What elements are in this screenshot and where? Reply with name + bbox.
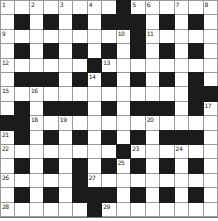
cell-r6-c2[interactable]: 16 [30,87,43,100]
clue-number-20: 20 [147,116,154,123]
cell-r2-c2[interactable] [30,30,43,43]
cell-r8-c0-black [1,116,14,129]
cell-r5-c1-black [15,73,28,86]
cell-r1-c14[interactable] [204,15,217,28]
cell-r11-c0[interactable] [1,159,14,172]
cell-r10-c8-black [117,145,130,158]
clue-number-14: 14 [89,73,96,80]
cell-r10-c12[interactable]: 24 [175,145,188,158]
cell-r2-c5[interactable] [73,30,86,43]
cell-r1-c7-black [102,15,115,28]
cell-r5-c10[interactable] [146,73,159,86]
clue-number-11: 11 [147,30,154,37]
cell-r1-c13-black [189,15,202,28]
cell-r14-c14[interactable] [204,203,217,216]
cell-r7-c1-black [15,102,28,115]
cell-r8-c9[interactable] [131,116,144,129]
cell-r8-c3[interactable] [44,116,57,129]
cell-r14-c1[interactable] [15,203,28,216]
cell-r9-c8[interactable] [117,131,130,144]
cell-r13-c12[interactable] [175,188,188,201]
cell-r3-c11-black [160,44,173,57]
cell-r3-c0[interactable] [1,44,14,57]
cell-r11-c4[interactable] [59,159,72,172]
cell-r8-c8[interactable] [117,116,130,129]
cell-r2-c11[interactable] [160,30,173,43]
cell-r8-c6[interactable] [88,116,101,129]
cell-r9-c4[interactable] [59,131,72,144]
cell-r6-c13-black [189,87,202,100]
cell-r7-c12[interactable] [175,102,188,115]
clue-number-25: 25 [118,159,125,166]
cell-r13-c0[interactable] [1,188,14,201]
cell-r3-c7-black [102,44,115,57]
clue-number-29: 29 [103,203,110,210]
cell-r11-c2[interactable] [30,159,43,172]
cell-r7-c13-black [189,102,202,115]
cell-r12-c13[interactable] [189,174,202,187]
cell-r5-c7-black [102,73,115,86]
cell-r7-c10-black [146,102,159,115]
cell-r9-c12-black [175,131,188,144]
cell-r0-c12[interactable]: 7 [175,1,188,14]
cell-r12-c3[interactable] [44,174,57,187]
cell-r5-c9-black [131,73,144,86]
cell-r8-c7[interactable] [102,116,115,129]
clue-number-15: 15 [2,87,9,94]
cell-r3-c2[interactable] [30,44,43,57]
cell-r6-c11[interactable] [160,87,173,100]
cell-r10-c6[interactable] [88,145,101,158]
cell-r10-c1[interactable] [15,145,28,158]
cell-r0-c9[interactable]: 5 [131,1,144,14]
cell-r14-c5[interactable] [73,203,86,216]
cell-r10-c10[interactable] [146,145,159,158]
cell-r12-c14[interactable] [204,174,217,187]
cell-r9-c6[interactable] [88,131,101,144]
cell-r4-c10[interactable] [146,59,159,72]
cell-r1-c1-black [15,15,28,28]
cell-r9-c11-black [160,131,173,144]
cell-r1-c6[interactable] [88,15,101,28]
cell-r13-c2[interactable] [30,188,43,201]
cell-r7-c4-black [59,102,72,115]
cell-r13-c11-black [160,188,173,201]
cell-r2-c3[interactable] [44,30,57,43]
cell-r13-c14[interactable] [204,188,217,201]
cell-r4-c5[interactable] [73,59,86,72]
cell-r12-c1[interactable] [15,174,28,187]
cell-r6-c6[interactable] [88,87,101,100]
cell-r12-c8[interactable] [117,174,130,187]
cell-r4-c7[interactable]: 13 [102,59,115,72]
clue-number-8: 8 [205,1,208,8]
cell-r8-c11[interactable] [160,116,173,129]
cell-r11-c9-black [131,159,144,172]
cell-r5-c14[interactable] [204,73,217,86]
cell-r14-c11[interactable] [160,203,173,216]
cell-r9-c2[interactable] [30,131,43,144]
cell-r2-c1[interactable] [15,30,28,43]
cell-r4-c11[interactable] [160,59,173,72]
cell-r0-c8-black [117,1,130,14]
cell-r13-c1-black [15,188,28,201]
cell-r1-c9-black [131,15,144,28]
clue-number-27: 27 [89,174,96,181]
clue-number-21: 21 [2,131,9,138]
cell-r2-c13[interactable] [189,30,202,43]
cell-r11-c8[interactable]: 25 [117,159,130,172]
cell-r10-c14[interactable] [204,145,217,158]
cell-r11-c5-black [73,159,86,172]
cell-r0-c3[interactable] [44,1,57,14]
cell-r11-c1-black [15,159,28,172]
cell-r1-c5-black [73,15,86,28]
cell-r4-c3[interactable] [44,59,57,72]
cell-r13-c13-black [189,188,202,201]
cell-r12-c7[interactable] [102,174,115,187]
cell-r8-c14[interactable] [204,116,217,129]
cell-r13-c6-black [88,188,101,201]
cell-r2-c8[interactable]: 10 [117,30,130,43]
cell-r13-c9-black [131,188,144,201]
cell-r3-c8[interactable] [117,44,130,57]
cell-r6-c10[interactable] [146,87,159,100]
cell-r11-c7-black [102,159,115,172]
cell-r5-c6[interactable]: 14 [88,73,101,86]
cell-r2-c4[interactable] [59,30,72,43]
cell-r8-c5[interactable] [73,116,86,129]
crossword-grid: 1234567891011121314151617181920212223242… [0,0,218,218]
cell-r14-c7[interactable]: 29 [102,203,115,216]
cell-r5-c4[interactable] [59,73,72,86]
cell-r8-c10[interactable]: 20 [146,116,159,129]
clue-number-12: 12 [2,59,9,66]
cell-r4-c0[interactable]: 12 [1,59,14,72]
cell-r11-c3-black [44,159,57,172]
clue-number-10: 10 [118,30,125,37]
cell-r2-c12[interactable] [175,30,188,43]
clue-number-19: 19 [60,116,67,123]
cell-r10-c0[interactable]: 22 [1,145,14,158]
cell-r5-c5-black [73,73,86,86]
cell-r4-c8[interactable] [117,59,130,72]
cell-r0-c14[interactable]: 8 [204,1,217,14]
cell-r9-c9-black [131,131,144,144]
clue-number-2: 2 [31,1,34,8]
cell-r8-c1-black [15,116,28,129]
crossword-page: 1234567891011121314151617181920212223242… [0,0,218,221]
cell-r14-c9[interactable] [131,203,144,216]
cell-r7-c9-black [131,102,144,115]
cell-r2-c0[interactable]: 9 [1,30,14,43]
cell-r6-c9[interactable] [131,87,144,100]
cell-r12-c5-black [73,174,86,187]
cell-r4-c2[interactable] [30,59,43,72]
cell-r4-c12[interactable] [175,59,188,72]
cell-r7-c6[interactable] [88,102,101,115]
cell-r1-c8-black [117,15,130,28]
cell-r10-c11[interactable] [160,145,173,158]
cell-r3-c9-black [131,44,144,57]
cell-r0-c10[interactable]: 6 [146,1,159,14]
cell-r0-c1[interactable] [15,1,28,14]
cell-r4-c1[interactable] [15,59,28,72]
cell-r0-c5[interactable] [73,1,86,14]
cell-r3-c6[interactable] [88,44,101,57]
cell-r5-c2-black [30,73,43,86]
cell-r14-c3[interactable] [44,203,57,216]
cell-r10-c4[interactable] [59,145,72,158]
cell-r1-c12[interactable] [175,15,188,28]
cell-r14-c0[interactable]: 28 [1,203,14,216]
cell-r6-c7[interactable] [102,87,115,100]
cell-r13-c8[interactable] [117,188,130,201]
cell-r5-c12[interactable] [175,73,188,86]
cell-r5-c13-black [189,73,202,86]
cell-r12-c10[interactable] [146,174,159,187]
cell-r6-c12[interactable] [175,87,188,100]
cell-r12-c9[interactable] [131,174,144,187]
cell-r13-c5-black [73,188,86,201]
cell-r9-c1-black [15,131,28,144]
cell-r13-c4[interactable] [59,188,72,201]
clue-number-9: 9 [2,30,5,37]
cell-r1-c4[interactable] [59,15,72,28]
cell-r4-c6-black [88,59,101,72]
cell-r7-c14[interactable]: 17 [204,102,217,115]
cell-r2-c7[interactable] [102,30,115,43]
cell-r5-c0[interactable] [1,73,14,86]
cell-r11-c11-black [160,159,173,172]
cell-r6-c3[interactable] [44,87,57,100]
cell-r6-c8[interactable] [117,87,130,100]
cell-r12-c0[interactable]: 26 [1,174,14,187]
cell-r1-c3-black [44,15,57,28]
cell-r0-c6[interactable]: 4 [88,1,101,14]
cell-r9-c3-black [44,131,57,144]
cell-r4-c9[interactable] [131,59,144,72]
cell-r10-c13[interactable] [189,145,202,158]
cell-r6-c1[interactable] [15,87,28,100]
cell-r2-c10[interactable]: 11 [146,30,159,43]
cell-r11-c14[interactable] [204,159,217,172]
cell-r7-c5-black [73,102,86,115]
cell-r7-c11-black [160,102,173,115]
clue-number-28: 28 [2,203,9,210]
cell-r14-c13[interactable] [189,203,202,216]
cell-r3-c1-black [15,44,28,57]
cell-r9-c13-black [189,131,202,144]
cell-r10-c9[interactable]: 23 [131,145,144,158]
cell-r14-c12[interactable] [175,203,188,216]
clue-number-13: 13 [103,59,110,66]
cell-r10-c2[interactable] [30,145,43,158]
cell-r8-c2[interactable]: 18 [30,116,43,129]
clue-number-26: 26 [2,174,9,181]
cell-r4-c4[interactable] [59,59,72,72]
cell-r10-c3[interactable] [44,145,57,158]
cell-r4-c14[interactable] [204,59,217,72]
clue-number-4: 4 [89,1,92,8]
cell-r13-c7-black [102,188,115,201]
cell-r7-c3-black [44,102,57,115]
cell-r6-c0[interactable]: 15 [1,87,14,100]
cell-r11-c12[interactable] [175,159,188,172]
cell-r0-c13[interactable] [189,1,202,14]
clue-number-5: 5 [132,1,135,8]
cell-r11-c10[interactable] [146,159,159,172]
cell-r0-c2[interactable]: 2 [30,1,43,14]
cell-r7-c2[interactable] [30,102,43,115]
clue-number-18: 18 [31,116,38,123]
cell-r6-c5[interactable] [73,87,86,100]
cell-r14-c4[interactable] [59,203,72,216]
cell-r7-c8[interactable] [117,102,130,115]
cell-r12-c12[interactable] [175,174,188,187]
cell-r7-c7-black [102,102,115,115]
cell-r7-c0[interactable] [1,102,14,115]
cell-r5-c3-black [44,73,57,86]
cell-r14-c8[interactable] [117,203,130,216]
clue-number-22: 22 [2,145,9,152]
cell-r8-c13[interactable] [189,116,202,129]
cell-r6-c14-black [204,87,217,100]
cell-r11-c13-black [189,159,202,172]
clue-number-23: 23 [132,145,139,152]
clue-number-1: 1 [2,1,5,8]
cell-r0-c7[interactable] [102,1,115,14]
cell-r12-c11[interactable] [160,174,173,187]
cell-r2-c9-black [131,30,144,43]
cell-r8-c12[interactable] [175,116,188,129]
cell-r10-c5[interactable] [73,145,86,158]
cell-r0-c0[interactable]: 1 [1,1,14,14]
cell-r12-c6[interactable]: 27 [88,174,101,187]
cell-r0-c11[interactable] [160,1,173,14]
cell-r3-c5-black [73,44,86,57]
cell-r12-c2[interactable] [30,174,43,187]
cell-r9-c5-black [73,131,86,144]
cell-r1-c11-black [160,15,173,28]
cell-r10-c7[interactable] [102,145,115,158]
cell-r9-c14[interactable] [204,131,217,144]
cell-r3-c12[interactable] [175,44,188,57]
cell-r14-c10[interactable] [146,203,159,216]
cell-r14-c2[interactable] [30,203,43,216]
cell-r9-c7-black [102,131,115,144]
cell-r13-c10[interactable] [146,188,159,201]
clue-number-7: 7 [176,1,179,8]
cell-r4-c13[interactable] [189,59,202,72]
cell-r14-c6-black [88,203,101,216]
cell-r1-c10[interactable] [146,15,159,28]
cell-r5-c11-black [160,73,173,86]
cell-r0-c4[interactable]: 3 [59,1,72,14]
cell-r3-c14[interactable] [204,44,217,57]
cell-r9-c0[interactable]: 21 [1,131,14,144]
cell-r3-c10[interactable] [146,44,159,57]
cell-r6-c4[interactable] [59,87,72,100]
clue-number-17: 17 [205,102,212,109]
cell-r9-c10[interactable] [146,131,159,144]
cell-r11-c6[interactable] [88,159,101,172]
cell-r8-c4[interactable]: 19 [59,116,72,129]
clue-number-16: 16 [31,87,38,94]
cell-r2-c6[interactable] [88,30,101,43]
cell-r1-c0[interactable] [1,15,14,28]
cell-r12-c4[interactable] [59,174,72,187]
cell-r2-c14[interactable] [204,30,217,43]
cell-r1-c2[interactable] [30,15,43,28]
clue-number-6: 6 [147,1,150,8]
clue-number-24: 24 [176,145,183,152]
cell-r5-c8[interactable] [117,73,130,86]
cell-r3-c4[interactable] [59,44,72,57]
cell-r3-c13-black [189,44,202,57]
cell-r3-c3-black [44,44,57,57]
clue-number-3: 3 [60,1,63,8]
cell-r13-c3-black [44,188,57,201]
